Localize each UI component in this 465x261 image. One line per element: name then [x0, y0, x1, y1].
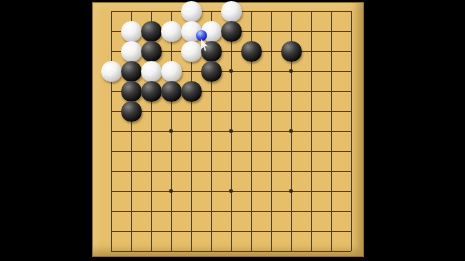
board-cell-C1[interactable] [141, 241, 161, 261]
board-cell-N13[interactable] [341, 1, 361, 21]
white-stone [161, 21, 182, 42]
board-cell-F10[interactable] [201, 61, 221, 81]
board-cell-A8[interactable] [101, 101, 121, 121]
board-cell-D2[interactable] [161, 221, 181, 241]
board-cell-E4[interactable] [181, 181, 201, 201]
board-cell-G7[interactable] [221, 121, 241, 141]
board-cell-M2[interactable] [321, 221, 341, 241]
white-stone [121, 21, 142, 42]
board-cell-G3[interactable] [221, 201, 241, 221]
white-stone [141, 61, 162, 82]
board-cell-G10[interactable] [221, 61, 241, 81]
board-cell-M5[interactable] [321, 161, 341, 181]
board-cell-L6[interactable] [301, 141, 321, 161]
board-cell-J9[interactable] [261, 81, 281, 101]
board-cell-C10[interactable] [141, 61, 161, 81]
board-cell-A11[interactable] [101, 41, 121, 61]
black-stone [121, 101, 142, 122]
white-stone [181, 1, 202, 22]
board-cell-H4[interactable] [241, 181, 261, 201]
board-cell-C12[interactable] [141, 21, 161, 41]
board-cell-B10[interactable] [121, 61, 141, 81]
board-cell-N5[interactable] [341, 161, 361, 181]
board-cell-K2[interactable] [281, 221, 301, 241]
board-cell-D11[interactable] [161, 41, 181, 61]
board-cell-H7[interactable] [241, 121, 261, 141]
board-cell-M9[interactable] [321, 81, 341, 101]
board-cell-C13[interactable] [141, 1, 161, 21]
board-cell-B3[interactable] [121, 201, 141, 221]
board-cell-H13[interactable] [241, 1, 261, 21]
board-cell-K1[interactable] [281, 241, 301, 261]
board-cell-M1[interactable] [321, 241, 341, 261]
board-cell-G2[interactable] [221, 221, 241, 241]
black-stone [181, 81, 202, 102]
black-stone [121, 61, 142, 82]
board-cell-J2[interactable] [261, 221, 281, 241]
board-cell-H12[interactable] [241, 21, 261, 41]
board-cell-L2[interactable] [301, 221, 321, 241]
board-cell-M10[interactable] [321, 61, 341, 81]
board-cell-B1[interactable] [121, 241, 141, 261]
board-cell-H2[interactable] [241, 221, 261, 241]
board-cell-J3[interactable] [261, 201, 281, 221]
board-cell-G6[interactable] [221, 141, 241, 161]
board-cell-D13[interactable] [161, 1, 181, 21]
board-cell-M6[interactable] [321, 141, 341, 161]
board-cell-F13[interactable] [201, 1, 221, 21]
board-cell-G1[interactable] [221, 241, 241, 261]
board-cell-F3[interactable] [201, 201, 221, 221]
board-cell-D7[interactable] [161, 121, 181, 141]
board-cell-F2[interactable] [201, 221, 221, 241]
board-cell-N8[interactable] [341, 101, 361, 121]
board-cell-L5[interactable] [301, 161, 321, 181]
board-cell-J13[interactable] [261, 1, 281, 21]
board-cell-D4[interactable] [161, 181, 181, 201]
board-cell-A2[interactable] [101, 221, 121, 241]
board-cell-M13[interactable] [321, 1, 341, 21]
board-cell-J4[interactable] [261, 181, 281, 201]
board-cell-B9[interactable] [121, 81, 141, 101]
board-cell-N1[interactable] [341, 241, 361, 261]
black-stone [141, 41, 162, 62]
board-cell-B4[interactable] [121, 181, 141, 201]
board-cell-N11[interactable] [341, 41, 361, 61]
black-stone [141, 81, 162, 102]
board-cell-A3[interactable] [101, 201, 121, 221]
board-cell-M7[interactable] [321, 121, 341, 141]
board-cell-A5[interactable] [101, 161, 121, 181]
board-cell-J12[interactable] [261, 21, 281, 41]
board-cell-A4[interactable] [101, 181, 121, 201]
board-cell-M12[interactable] [321, 21, 341, 41]
board-cell-A1[interactable] [101, 241, 121, 261]
board-cell-E13[interactable] [181, 1, 201, 21]
board-cell-F1[interactable] [201, 241, 221, 261]
black-stone [201, 61, 222, 82]
board-cell-N10[interactable] [341, 61, 361, 81]
board-cell-F6[interactable] [201, 141, 221, 161]
go-board[interactable] [92, 2, 364, 257]
board-cell-L1[interactable] [301, 241, 321, 261]
board-cell-G12[interactable] [221, 21, 241, 41]
board-cell-L8[interactable] [301, 101, 321, 121]
board-cell-D1[interactable] [161, 241, 181, 261]
board-cell-L13[interactable] [301, 1, 321, 21]
board-cell-D9[interactable] [161, 81, 181, 101]
board-cell-C8[interactable] [141, 101, 161, 121]
white-stone [101, 61, 122, 82]
board-cell-C9[interactable] [141, 81, 161, 101]
board-cell-E5[interactable] [181, 161, 201, 181]
board-cell-K9[interactable] [281, 81, 301, 101]
board-cell-E2[interactable] [181, 221, 201, 241]
board-cell-G13[interactable] [221, 1, 241, 21]
board-cell-M3[interactable] [321, 201, 341, 221]
board-cell-L4[interactable] [301, 181, 321, 201]
board-cell-C5[interactable] [141, 161, 161, 181]
board-cell-F8[interactable] [201, 101, 221, 121]
black-stone [241, 41, 262, 62]
board-cell-G5[interactable] [221, 161, 241, 181]
board-cell-D3[interactable] [161, 201, 181, 221]
board-cell-D8[interactable] [161, 101, 181, 121]
black-stone [121, 81, 142, 102]
board-cell-B2[interactable] [121, 221, 141, 241]
board-cell-A7[interactable] [101, 121, 121, 141]
cursor-stone-blue [196, 30, 207, 41]
board-cell-K3[interactable] [281, 201, 301, 221]
black-stone [281, 41, 302, 62]
board-cell-K4[interactable] [281, 181, 301, 201]
board-cell-A6[interactable] [101, 141, 121, 161]
board-cell-H3[interactable] [241, 201, 261, 221]
board-cell-E6[interactable] [181, 141, 201, 161]
white-stone [181, 41, 202, 62]
board-cell-N3[interactable] [341, 201, 361, 221]
white-stone [161, 61, 182, 82]
board-cell-L10[interactable] [301, 61, 321, 81]
board-cell-H9[interactable] [241, 81, 261, 101]
board-cell-C7[interactable] [141, 121, 161, 141]
board-cell-K5[interactable] [281, 161, 301, 181]
board-cell-G9[interactable] [221, 81, 241, 101]
board-cell-M4[interactable] [321, 181, 341, 201]
board-cell-E11[interactable] [181, 41, 201, 61]
board-cell-K12[interactable] [281, 21, 301, 41]
board-cell-A13[interactable] [101, 1, 121, 21]
board-cell-J1[interactable] [261, 241, 281, 261]
board-cell-E10[interactable] [181, 61, 201, 81]
board-cell-D6[interactable] [161, 141, 181, 161]
board-cell-E1[interactable] [181, 241, 201, 261]
board-cell-E3[interactable] [181, 201, 201, 221]
black-stone [221, 21, 242, 42]
board-cell-D5[interactable] [161, 161, 181, 181]
board-cell-B7[interactable] [121, 121, 141, 141]
white-stone [121, 41, 142, 62]
board-cell-B6[interactable] [121, 141, 141, 161]
board-cell-J7[interactable] [261, 121, 281, 141]
board-cell-B12[interactable] [121, 21, 141, 41]
board-cell-B5[interactable] [121, 161, 141, 181]
board-cell-J8[interactable] [261, 101, 281, 121]
board-cell-L7[interactable] [301, 121, 321, 141]
board-cell-N2[interactable] [341, 221, 361, 241]
board-cell-N7[interactable] [341, 121, 361, 141]
board-cell-D10[interactable] [161, 61, 181, 81]
board-cell-B8[interactable] [121, 101, 141, 121]
board-cell-K10[interactable] [281, 61, 301, 81]
board-cell-F5[interactable] [201, 161, 221, 181]
board-cell-C2[interactable] [141, 221, 161, 241]
board-cell-J6[interactable] [261, 141, 281, 161]
board-cell-M11[interactable] [321, 41, 341, 61]
board-cell-H1[interactable] [241, 241, 261, 261]
board-cell-F4[interactable] [201, 181, 221, 201]
board-cell-E7[interactable] [181, 121, 201, 141]
board-cell-B11[interactable] [121, 41, 141, 61]
board-cell-L11[interactable] [301, 41, 321, 61]
board-cell-C6[interactable] [141, 141, 161, 161]
screen: { "game": "Go", "board": { "size": 13, "… [0, 0, 465, 261]
board-cell-K13[interactable] [281, 1, 301, 21]
board-cell-H11[interactable] [241, 41, 261, 61]
board-cell-N4[interactable] [341, 181, 361, 201]
board-cell-L9[interactable] [301, 81, 321, 101]
board-cell-C11[interactable] [141, 41, 161, 61]
board-cell-F9[interactable] [201, 81, 221, 101]
board-cell-A10[interactable] [101, 61, 121, 81]
board-cell-C4[interactable] [141, 181, 161, 201]
board-cell-J11[interactable] [261, 41, 281, 61]
board-cell-H10[interactable] [241, 61, 261, 81]
board-cell-N6[interactable] [341, 141, 361, 161]
board-cell-E8[interactable] [181, 101, 201, 121]
board-cell-N12[interactable] [341, 21, 361, 41]
board-cell-J5[interactable] [261, 161, 281, 181]
board-grid [101, 1, 361, 261]
board-cell-L12[interactable] [301, 21, 321, 41]
board-cell-G11[interactable] [221, 41, 241, 61]
board-cell-A9[interactable] [101, 81, 121, 101]
board-cell-L3[interactable] [301, 201, 321, 221]
white-stone [221, 1, 242, 22]
board-cell-E9[interactable] [181, 81, 201, 101]
board-cell-F7[interactable] [201, 121, 221, 141]
board-cell-J10[interactable] [261, 61, 281, 81]
board-cell-H8[interactable] [241, 101, 261, 121]
black-stone [161, 81, 182, 102]
board-cell-K7[interactable] [281, 121, 301, 141]
board-cell-K8[interactable] [281, 101, 301, 121]
board-cell-H5[interactable] [241, 161, 261, 181]
board-cell-B13[interactable] [121, 1, 141, 21]
board-cell-D12[interactable] [161, 21, 181, 41]
board-cell-H6[interactable] [241, 141, 261, 161]
board-cell-C3[interactable] [141, 201, 161, 221]
board-cell-A12[interactable] [101, 21, 121, 41]
board-cell-K11[interactable] [281, 41, 301, 61]
board-cell-M8[interactable] [321, 101, 341, 121]
board-cell-G4[interactable] [221, 181, 241, 201]
board-cell-G8[interactable] [221, 101, 241, 121]
black-stone [141, 21, 162, 42]
board-cell-K6[interactable] [281, 141, 301, 161]
board-cell-N9[interactable] [341, 81, 361, 101]
